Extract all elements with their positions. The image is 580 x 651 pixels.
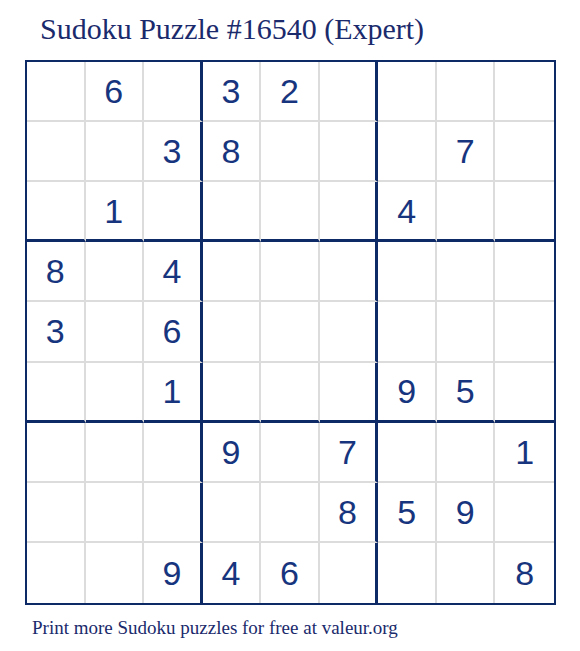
- cell-r8c4[interactable]: [203, 483, 262, 543]
- cell-r5c8[interactable]: [437, 302, 496, 362]
- cell-r2c4: 8: [203, 122, 262, 182]
- cell-r8c3[interactable]: [144, 483, 203, 543]
- cell-r3c7: 4: [378, 182, 437, 242]
- cell-r7c7[interactable]: [378, 423, 437, 483]
- cell-r3c1[interactable]: [27, 182, 86, 242]
- cell-r5c5[interactable]: [261, 302, 320, 362]
- cell-r9c7[interactable]: [378, 543, 437, 603]
- cell-r9c1[interactable]: [27, 543, 86, 603]
- cell-r9c4: 4: [203, 543, 262, 603]
- cell-r9c6[interactable]: [320, 543, 379, 603]
- page-title: Sudoku Puzzle #16540 (Expert): [40, 12, 424, 46]
- cell-r5c2[interactable]: [86, 302, 145, 362]
- cell-r4c3: 4: [144, 242, 203, 302]
- cell-r4c4[interactable]: [203, 242, 262, 302]
- cell-r2c1[interactable]: [27, 122, 86, 182]
- cell-r1c3[interactable]: [144, 62, 203, 122]
- cell-r7c8[interactable]: [437, 423, 496, 483]
- cell-r5c1: 3: [27, 302, 86, 362]
- cell-r6c7: 9: [378, 363, 437, 423]
- cell-r8c9[interactable]: [495, 483, 554, 543]
- cell-r6c4[interactable]: [203, 363, 262, 423]
- cell-r8c1[interactable]: [27, 483, 86, 543]
- cell-r7c3[interactable]: [144, 423, 203, 483]
- sudoku-grid: 6323871484361959718599468: [25, 60, 556, 605]
- cell-r4c9[interactable]: [495, 242, 554, 302]
- cell-r1c9[interactable]: [495, 62, 554, 122]
- cell-r8c7: 5: [378, 483, 437, 543]
- cell-r8c8: 9: [437, 483, 496, 543]
- cell-r1c8[interactable]: [437, 62, 496, 122]
- cell-r4c1: 8: [27, 242, 86, 302]
- cell-r2c9[interactable]: [495, 122, 554, 182]
- cell-r1c6[interactable]: [320, 62, 379, 122]
- sudoku-page: Sudoku Puzzle #16540 (Expert) 6323871484…: [0, 0, 580, 651]
- cell-r5c9[interactable]: [495, 302, 554, 362]
- cell-r7c1[interactable]: [27, 423, 86, 483]
- cell-r3c9[interactable]: [495, 182, 554, 242]
- cell-r2c2[interactable]: [86, 122, 145, 182]
- cell-r1c2: 6: [86, 62, 145, 122]
- cell-r9c5: 6: [261, 543, 320, 603]
- cell-r5c3: 6: [144, 302, 203, 362]
- cell-r4c2[interactable]: [86, 242, 145, 302]
- cell-r6c6[interactable]: [320, 363, 379, 423]
- cell-r2c8: 7: [437, 122, 496, 182]
- cell-r4c8[interactable]: [437, 242, 496, 302]
- cell-r6c1[interactable]: [27, 363, 86, 423]
- cell-r6c9[interactable]: [495, 363, 554, 423]
- cell-r9c2[interactable]: [86, 543, 145, 603]
- cell-r6c8: 5: [437, 363, 496, 423]
- cell-r8c6: 8: [320, 483, 379, 543]
- cell-r3c2: 1: [86, 182, 145, 242]
- cell-r8c2[interactable]: [86, 483, 145, 543]
- cell-r4c5[interactable]: [261, 242, 320, 302]
- cell-r3c5[interactable]: [261, 182, 320, 242]
- cell-r7c4: 9: [203, 423, 262, 483]
- cell-r3c8[interactable]: [437, 182, 496, 242]
- cell-r1c7[interactable]: [378, 62, 437, 122]
- cell-r1c5: 2: [261, 62, 320, 122]
- cell-r2c7[interactable]: [378, 122, 437, 182]
- cell-r5c6[interactable]: [320, 302, 379, 362]
- cell-r6c2[interactable]: [86, 363, 145, 423]
- cell-r7c5[interactable]: [261, 423, 320, 483]
- cell-r7c6: 7: [320, 423, 379, 483]
- cell-r4c6[interactable]: [320, 242, 379, 302]
- cell-r2c3: 3: [144, 122, 203, 182]
- cell-r6c3: 1: [144, 363, 203, 423]
- cell-r4c7[interactable]: [378, 242, 437, 302]
- cell-r7c2[interactable]: [86, 423, 145, 483]
- cell-r5c4[interactable]: [203, 302, 262, 362]
- cell-r9c3: 9: [144, 543, 203, 603]
- cell-r7c9: 1: [495, 423, 554, 483]
- cell-r3c6[interactable]: [320, 182, 379, 242]
- cell-r3c3[interactable]: [144, 182, 203, 242]
- footer-text: Print more Sudoku puzzles for free at va…: [32, 617, 398, 639]
- cell-r9c8[interactable]: [437, 543, 496, 603]
- cell-r5c7[interactable]: [378, 302, 437, 362]
- cell-r1c4: 3: [203, 62, 262, 122]
- cell-r1c1[interactable]: [27, 62, 86, 122]
- cell-r9c9: 8: [495, 543, 554, 603]
- cell-r2c5[interactable]: [261, 122, 320, 182]
- cell-r3c4[interactable]: [203, 182, 262, 242]
- cell-r8c5[interactable]: [261, 483, 320, 543]
- cell-r2c6[interactable]: [320, 122, 379, 182]
- cell-r6c5[interactable]: [261, 363, 320, 423]
